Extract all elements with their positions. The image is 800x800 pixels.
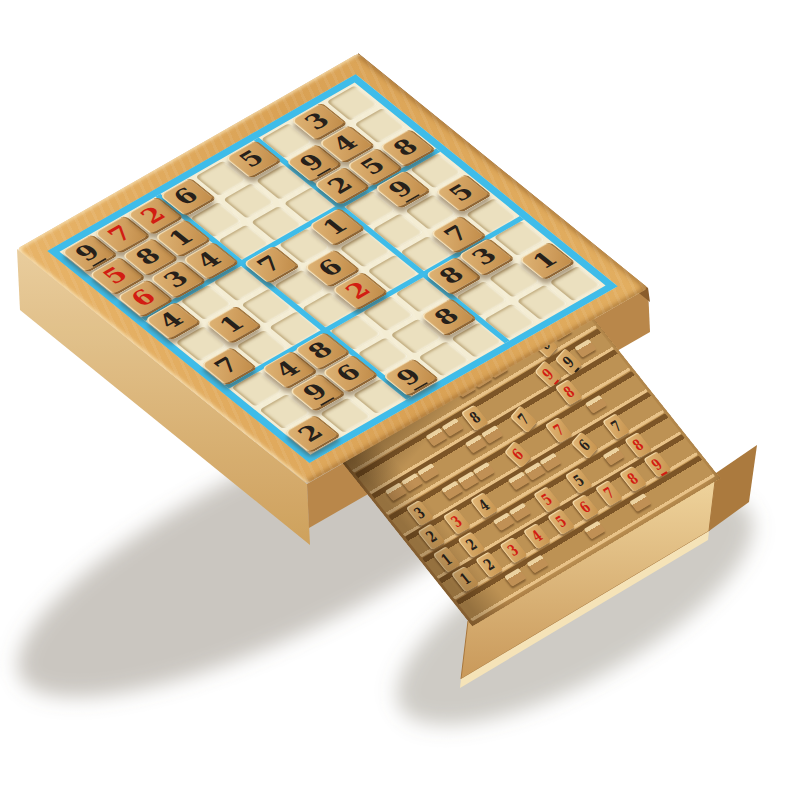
product-photo-sudoku-box: Sudoku 6899783672346712558123456789 9726… xyxy=(0,0,800,800)
drawer-tile-back xyxy=(585,395,607,413)
drawer-tile-back xyxy=(583,520,605,538)
drawer-tile-back xyxy=(504,568,526,586)
drawer-tile-back xyxy=(629,493,651,511)
drawer-tile-back xyxy=(602,446,624,464)
drawer-tile-back xyxy=(574,339,596,357)
drawer-tile-back xyxy=(526,554,548,572)
